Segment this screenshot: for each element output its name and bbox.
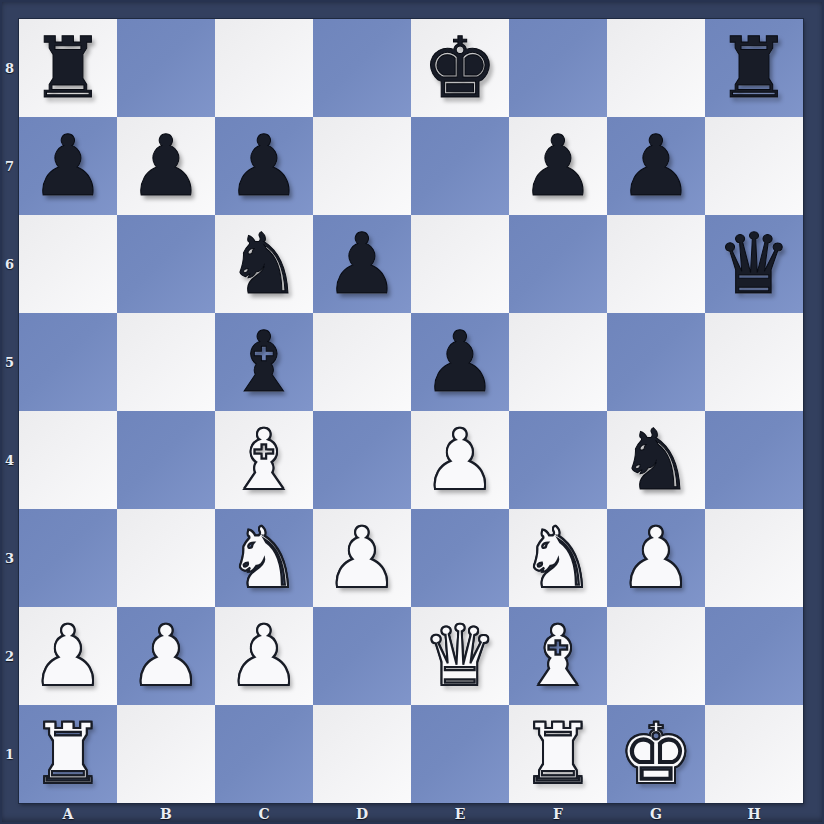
rank-label-5: 5	[0, 313, 19, 411]
square-f2[interactable]: ♝	[509, 607, 607, 705]
square-d5[interactable]	[313, 313, 411, 411]
white-pawn-g3[interactable]: ♟	[618, 509, 693, 607]
file-label-e: E	[411, 803, 509, 824]
square-a5[interactable]	[19, 313, 117, 411]
black-pawn-d6[interactable]: ♟	[324, 215, 399, 313]
white-rook-f1[interactable]: ♜	[520, 705, 595, 803]
square-b4[interactable]	[117, 411, 215, 509]
square-g3[interactable]: ♟	[607, 509, 705, 607]
square-e3[interactable]	[411, 509, 509, 607]
square-d8[interactable]	[313, 19, 411, 117]
black-knight-g4[interactable]: ♞	[618, 411, 693, 509]
square-b1[interactable]	[117, 705, 215, 803]
square-e1[interactable]	[411, 705, 509, 803]
square-g1[interactable]: ♚	[607, 705, 705, 803]
black-pawn-b7[interactable]: ♟	[128, 117, 203, 215]
white-pawn-c2[interactable]: ♟	[226, 607, 301, 705]
file-label-g: G	[607, 803, 705, 824]
square-e2[interactable]: ♛	[411, 607, 509, 705]
square-e7[interactable]	[411, 117, 509, 215]
square-f4[interactable]	[509, 411, 607, 509]
square-e5[interactable]: ♟	[411, 313, 509, 411]
white-pawn-d3[interactable]: ♟	[324, 509, 399, 607]
square-e4[interactable]: ♟	[411, 411, 509, 509]
rank-label-7: 7	[0, 117, 19, 215]
square-f7[interactable]: ♟	[509, 117, 607, 215]
square-f5[interactable]	[509, 313, 607, 411]
square-b2[interactable]: ♟	[117, 607, 215, 705]
square-c1[interactable]	[215, 705, 313, 803]
black-pawn-f7[interactable]: ♟	[520, 117, 595, 215]
file-label-b: B	[117, 803, 215, 824]
file-label-a: A	[19, 803, 117, 824]
square-a4[interactable]	[19, 411, 117, 509]
square-h7[interactable]	[705, 117, 803, 215]
square-g4[interactable]: ♞	[607, 411, 705, 509]
square-h3[interactable]	[705, 509, 803, 607]
square-e8[interactable]: ♚	[411, 19, 509, 117]
black-rook-a8[interactable]: ♜	[30, 19, 105, 117]
file-label-c: C	[215, 803, 313, 824]
file-label-f: F	[509, 803, 607, 824]
board-frame: ♜♚♜♟♟♟♟♟♞♟♛♝♟♝♟♞♞♟♞♟♟♟♟♛♝♜♜♚ 87654321ABC…	[0, 0, 824, 824]
chess-board: ♜♚♜♟♟♟♟♟♞♟♛♝♟♝♟♞♞♟♞♟♟♟♟♛♝♜♜♚	[19, 19, 803, 803]
square-c4[interactable]: ♝	[215, 411, 313, 509]
square-g5[interactable]	[607, 313, 705, 411]
white-pawn-e4[interactable]: ♟	[422, 411, 497, 509]
white-bishop-f2[interactable]: ♝	[520, 607, 595, 705]
square-d6[interactable]: ♟	[313, 215, 411, 313]
square-c7[interactable]: ♟	[215, 117, 313, 215]
white-queen-e2[interactable]: ♛	[422, 607, 497, 705]
rank-label-1: 1	[0, 705, 19, 803]
white-knight-c3[interactable]: ♞	[226, 509, 301, 607]
square-h6[interactable]: ♛	[705, 215, 803, 313]
square-c2[interactable]: ♟	[215, 607, 313, 705]
square-h4[interactable]	[705, 411, 803, 509]
square-e6[interactable]	[411, 215, 509, 313]
square-a3[interactable]	[19, 509, 117, 607]
square-g7[interactable]: ♟	[607, 117, 705, 215]
square-b7[interactable]: ♟	[117, 117, 215, 215]
square-f8[interactable]	[509, 19, 607, 117]
square-c5[interactable]: ♝	[215, 313, 313, 411]
square-a2[interactable]: ♟	[19, 607, 117, 705]
black-knight-c6[interactable]: ♞	[226, 215, 301, 313]
black-pawn-c7[interactable]: ♟	[226, 117, 301, 215]
rank-label-8: 8	[0, 19, 19, 117]
white-pawn-a2[interactable]: ♟	[30, 607, 105, 705]
file-label-d: D	[313, 803, 411, 824]
white-king-g1[interactable]: ♚	[618, 705, 693, 803]
square-a7[interactable]: ♟	[19, 117, 117, 215]
rank-label-4: 4	[0, 411, 19, 509]
square-d2[interactable]	[313, 607, 411, 705]
rank-label-3: 3	[0, 509, 19, 607]
square-h5[interactable]	[705, 313, 803, 411]
rank-label-6: 6	[0, 215, 19, 313]
square-b3[interactable]	[117, 509, 215, 607]
square-b5[interactable]	[117, 313, 215, 411]
rank-label-2: 2	[0, 607, 19, 705]
square-d7[interactable]	[313, 117, 411, 215]
square-a1[interactable]: ♜	[19, 705, 117, 803]
black-pawn-a7[interactable]: ♟	[30, 117, 105, 215]
square-f1[interactable]: ♜	[509, 705, 607, 803]
black-queen-h6[interactable]: ♛	[716, 215, 791, 313]
square-h2[interactable]	[705, 607, 803, 705]
black-bishop-c5[interactable]: ♝	[226, 313, 301, 411]
square-d1[interactable]	[313, 705, 411, 803]
file-label-h: H	[705, 803, 803, 824]
square-d4[interactable]	[313, 411, 411, 509]
black-king-e8[interactable]: ♚	[422, 19, 497, 117]
black-pawn-e5[interactable]: ♟	[422, 313, 497, 411]
black-pawn-g7[interactable]: ♟	[618, 117, 693, 215]
black-rook-h8[interactable]: ♜	[716, 19, 791, 117]
square-c8[interactable]	[215, 19, 313, 117]
square-a8[interactable]: ♜	[19, 19, 117, 117]
square-c3[interactable]: ♞	[215, 509, 313, 607]
square-c6[interactable]: ♞	[215, 215, 313, 313]
square-g8[interactable]	[607, 19, 705, 117]
square-g2[interactable]	[607, 607, 705, 705]
white-bishop-c4[interactable]: ♝	[226, 411, 301, 509]
white-pawn-b2[interactable]: ♟	[128, 607, 203, 705]
square-b8[interactable]	[117, 19, 215, 117]
square-f3[interactable]: ♞	[509, 509, 607, 607]
square-a6[interactable]	[19, 215, 117, 313]
square-f6[interactable]	[509, 215, 607, 313]
square-g6[interactable]	[607, 215, 705, 313]
square-h1[interactable]	[705, 705, 803, 803]
square-h8[interactable]: ♜	[705, 19, 803, 117]
white-rook-a1[interactable]: ♜	[30, 705, 105, 803]
square-b6[interactable]	[117, 215, 215, 313]
white-knight-f3[interactable]: ♞	[520, 509, 595, 607]
square-d3[interactable]: ♟	[313, 509, 411, 607]
